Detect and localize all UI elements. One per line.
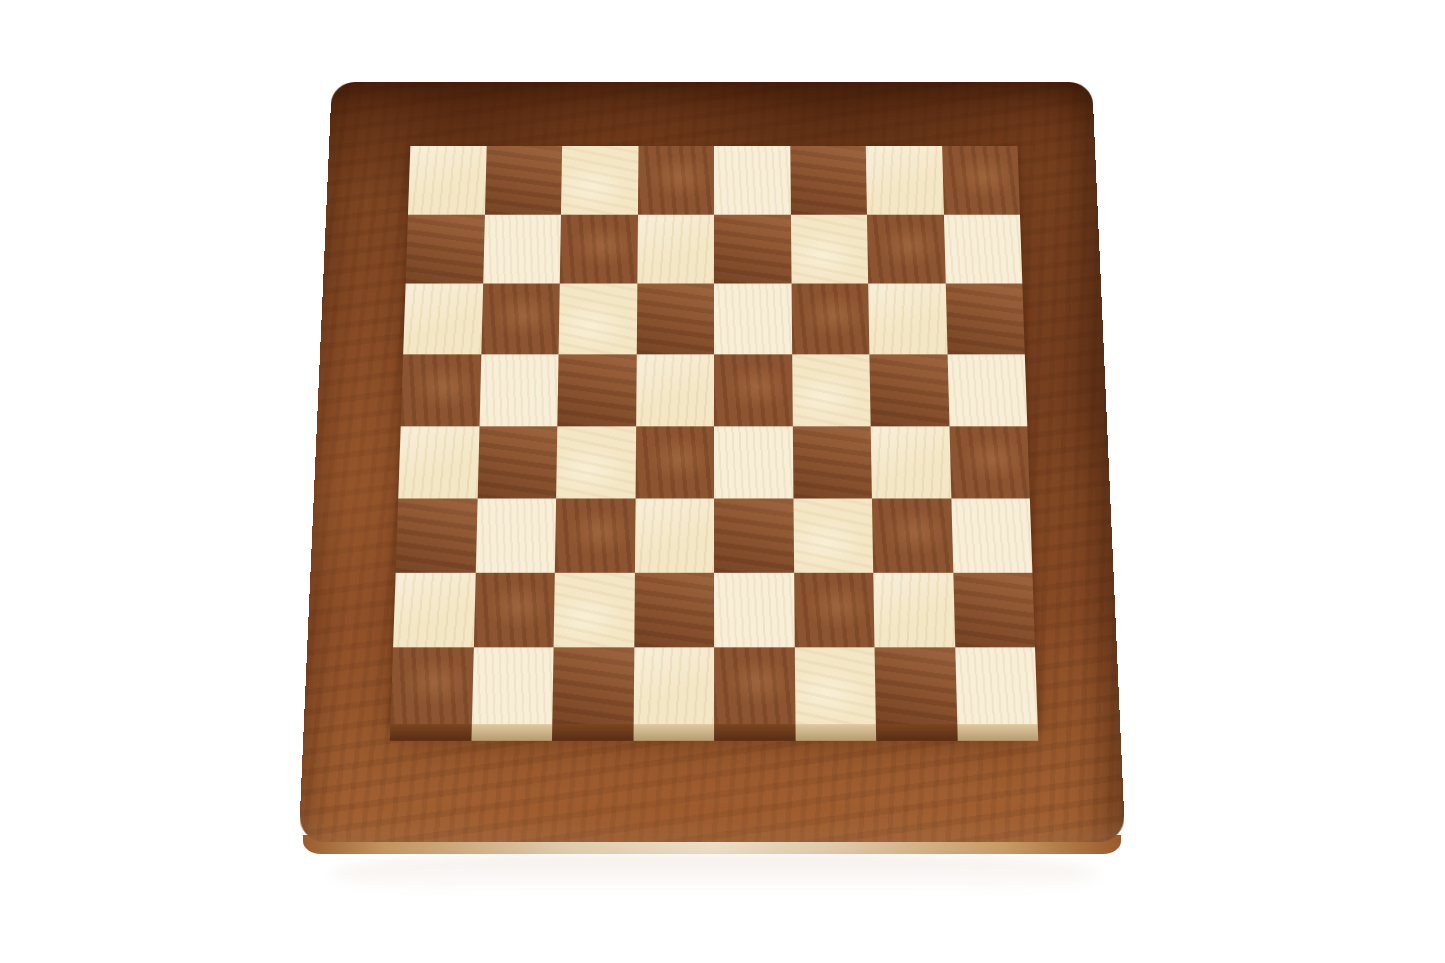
square-g6[interactable] [868,284,947,354]
platform-front-face-b1 [471,724,552,741]
square-g1[interactable] [875,648,957,724]
square-f7[interactable] [790,214,868,283]
square-c3[interactable] [555,499,635,573]
square-d6[interactable] [636,284,714,354]
square-h1[interactable] [955,648,1038,724]
square-g3[interactable] [872,499,953,573]
square-c4[interactable] [556,426,636,499]
square-f8[interactable] [790,146,867,214]
platform-front-face-e1 [714,724,795,741]
square-e3[interactable] [714,499,794,573]
square-e8[interactable] [714,146,791,214]
square-b8[interactable] [484,146,562,214]
square-b7[interactable] [483,214,561,283]
square-e5[interactable] [714,354,792,426]
square-b1[interactable] [471,648,553,724]
square-d3[interactable] [634,499,714,573]
square-b3[interactable] [475,499,556,573]
square-a8[interactable] [408,146,486,214]
platform-front-face-c1 [552,724,633,741]
square-g7[interactable] [867,214,945,283]
square-c8[interactable] [561,146,638,214]
square-c7[interactable] [560,214,638,283]
square-e4[interactable] [714,426,793,499]
platform-front-face-a1 [390,724,471,741]
square-a3[interactable] [396,499,477,573]
square-b5[interactable] [479,354,559,426]
square-c1[interactable] [552,648,634,724]
square-c5[interactable] [557,354,636,426]
square-f1[interactable] [794,648,876,724]
chessboard-grid [390,146,1037,724]
square-f3[interactable] [793,499,873,573]
square-f4[interactable] [792,426,872,499]
platform-front-face-f1 [795,724,876,741]
square-f2[interactable] [794,573,875,648]
platform-front-face-d1 [633,724,714,741]
square-a2[interactable] [393,573,475,648]
square-h2[interactable] [953,573,1035,648]
square-g8[interactable] [866,146,944,214]
square-h3[interactable] [951,499,1033,573]
square-d8[interactable] [637,146,713,214]
square-d1[interactable] [633,648,714,724]
square-f6[interactable] [791,284,869,354]
square-h4[interactable] [949,426,1030,499]
square-h6[interactable] [945,284,1025,354]
square-h8[interactable] [942,146,1020,214]
square-g5[interactable] [869,354,949,426]
square-b6[interactable] [481,284,560,354]
square-e7[interactable] [714,214,791,283]
square-f5[interactable] [792,354,871,426]
board-reflection [330,853,1100,895]
square-c6[interactable] [559,284,637,354]
square-a5[interactable] [401,354,481,426]
square-d4[interactable] [635,426,714,499]
square-h5[interactable] [947,354,1027,426]
square-g4[interactable] [871,426,951,499]
square-e2[interactable] [714,573,794,648]
square-b4[interactable] [477,426,557,499]
platform-front-edge [390,724,1038,741]
platform-front-face-h1 [957,724,1038,741]
square-h7[interactable] [943,214,1022,283]
square-a4[interactable] [398,426,479,499]
square-c2[interactable] [554,573,635,648]
photo-background [0,0,1445,963]
square-d2[interactable] [634,573,714,648]
playing-surface [390,146,1038,741]
square-a7[interactable] [406,214,485,283]
square-e6[interactable] [714,284,792,354]
square-b2[interactable] [473,573,555,648]
square-a1[interactable] [390,648,473,724]
square-d5[interactable] [636,354,714,426]
square-e1[interactable] [714,648,795,724]
square-a6[interactable] [403,284,483,354]
chessboard [299,82,1126,842]
platform-front-face-g1 [876,724,957,741]
square-g2[interactable] [873,573,955,648]
square-d7[interactable] [637,214,714,283]
